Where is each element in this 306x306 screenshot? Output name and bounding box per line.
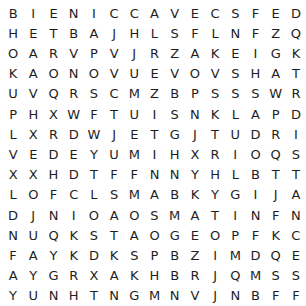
grid-cell-r4c14[interactable]: A [266, 64, 286, 84]
grid-cell-r2c2[interactable]: E [23, 23, 43, 43]
grid-cell-r10c2[interactable]: O [23, 185, 43, 205]
grid-cell-r13c5[interactable]: D [84, 245, 104, 265]
grid-cell-r10c1[interactable]: L [3, 185, 23, 205]
grid-cell-r2c5[interactable]: A [84, 23, 104, 43]
grid-cell-r4c11[interactable]: V [205, 64, 225, 84]
grid-cell-r4c12[interactable]: S [225, 64, 245, 84]
grid-cell-r13c10[interactable]: Z [185, 245, 205, 265]
grid-cell-r6c2[interactable]: H [23, 104, 43, 124]
grid-cell-r2c3[interactable]: T [43, 23, 63, 43]
grid-cell-r11c12[interactable]: I [225, 205, 245, 225]
grid-cell-r10c14[interactable]: J [266, 185, 286, 205]
grid-cell-r14c9[interactable]: B [165, 266, 185, 286]
grid-cell-r3c10[interactable]: A [185, 43, 205, 63]
grid-cell-r7c9[interactable]: G [165, 124, 185, 144]
grid-cell-r13c2[interactable]: A [23, 245, 43, 265]
grid-cell-r11c15[interactable]: N [286, 205, 306, 225]
grid-cell-r6c1[interactable]: P [3, 104, 23, 124]
grid-cell-r13c15[interactable]: E [286, 245, 306, 265]
grid-cell-r1c12[interactable]: S [225, 3, 245, 23]
grid-cell-r5c14[interactable]: W [266, 84, 286, 104]
grid-cell-r7c6[interactable]: J [104, 124, 124, 144]
grid-cell-r4c7[interactable]: U [124, 64, 144, 84]
grid-cell-r14c12[interactable]: Q [225, 266, 245, 286]
grid-cell-r6c9[interactable]: S [165, 104, 185, 124]
grid-cell-r3c7[interactable]: J [124, 43, 144, 63]
grid-cell-r10c5[interactable]: L [84, 185, 104, 205]
grid-cell-r9c7[interactable]: F [124, 165, 144, 185]
grid-cell-r13c3[interactable]: Y [43, 245, 63, 265]
grid-cell-r3c14[interactable]: G [266, 43, 286, 63]
grid-cell-r11c6[interactable]: A [104, 205, 124, 225]
grid-cell-r7c10[interactable]: J [185, 124, 205, 144]
grid-cell-r4c13[interactable]: H [245, 64, 265, 84]
grid-cell-r4c10[interactable]: O [185, 64, 205, 84]
grid-cell-r9c8[interactable]: N [144, 165, 164, 185]
grid-cell-r11c9[interactable]: M [165, 205, 185, 225]
grid-cell-r1c5[interactable]: I [84, 3, 104, 23]
grid-cell-r14c2[interactable]: Y [23, 266, 43, 286]
grid-cell-r2c13[interactable]: F [245, 23, 265, 43]
grid-cell-r10c15[interactable]: A [286, 185, 306, 205]
grid-cell-r5c8[interactable]: Z [144, 84, 164, 104]
grid-cell-r12c13[interactable]: F [245, 225, 265, 245]
grid-cell-r14c15[interactable]: S [286, 266, 306, 286]
grid-cell-r5c7[interactable]: M [124, 84, 144, 104]
grid-cell-r3c5[interactable]: P [84, 43, 104, 63]
grid-cell-r6c12[interactable]: L [225, 104, 245, 124]
grid-cell-r14c10[interactable]: R [185, 266, 205, 286]
grid-cell-r6c15[interactable]: D [286, 104, 306, 124]
grid-cell-r7c2[interactable]: X [23, 124, 43, 144]
grid-cell-r5c3[interactable]: Q [43, 84, 63, 104]
grid-cell-r2c1[interactable]: H [3, 23, 23, 43]
grid-cell-r4c2[interactable]: A [23, 64, 43, 84]
grid-cell-r13c11[interactable]: I [205, 245, 225, 265]
grid-cell-r4c6[interactable]: V [104, 64, 124, 84]
grid-cell-r11c10[interactable]: A [185, 205, 205, 225]
grid-cell-r7c4[interactable]: D [64, 124, 84, 144]
grid-cell-r15c2[interactable]: U [23, 286, 43, 306]
grid-cell-r14c5[interactable]: X [84, 266, 104, 286]
grid-cell-r5c2[interactable]: V [23, 84, 43, 104]
grid-cell-r6c3[interactable]: X [43, 104, 63, 124]
grid-cell-r10c4[interactable]: C [64, 185, 84, 205]
grid-cell-r8c10[interactable]: X [185, 144, 205, 164]
grid-cell-r8c7[interactable]: M [124, 144, 144, 164]
grid-cell-r4c15[interactable]: T [286, 64, 306, 84]
grid-cell-r4c5[interactable]: O [84, 64, 104, 84]
grid-cell-r10c11[interactable]: Y [205, 185, 225, 205]
grid-cell-r1c8[interactable]: A [144, 3, 164, 23]
grid-cell-r3c9[interactable]: Z [165, 43, 185, 63]
grid-cell-r2c10[interactable]: F [185, 23, 205, 43]
grid-cell-r12c1[interactable]: N [3, 225, 23, 245]
grid-cell-r5c6[interactable]: C [104, 84, 124, 104]
grid-cell-r3c1[interactable]: O [3, 43, 23, 63]
grid-cell-r8c11[interactable]: R [205, 144, 225, 164]
grid-cell-r5c5[interactable]: S [84, 84, 104, 104]
grid-cell-r15c1[interactable]: Y [3, 286, 23, 306]
grid-cell-r3c8[interactable]: R [144, 43, 164, 63]
grid-cell-r12c7[interactable]: A [124, 225, 144, 245]
grid-cell-r10c6[interactable]: S [104, 185, 124, 205]
grid-cell-r9c10[interactable]: Y [185, 165, 205, 185]
grid-cell-r8c12[interactable]: I [225, 144, 245, 164]
grid-cell-r8c2[interactable]: E [23, 144, 43, 164]
grid-cell-r7c11[interactable]: T [205, 124, 225, 144]
grid-cell-r10c8[interactable]: A [144, 185, 164, 205]
grid-cell-r6c8[interactable]: I [144, 104, 164, 124]
grid-cell-r9c14[interactable]: T [266, 165, 286, 185]
grid-cell-r7c12[interactable]: U [225, 124, 245, 144]
grid-cell-r3c4[interactable]: V [64, 43, 84, 63]
grid-cell-r8c6[interactable]: U [104, 144, 124, 164]
grid-cell-r2c14[interactable]: Z [266, 23, 286, 43]
grid-cell-r7c7[interactable]: E [124, 124, 144, 144]
grid-cell-r3c6[interactable]: V [104, 43, 124, 63]
grid-cell-r14c14[interactable]: S [266, 266, 286, 286]
grid-cell-r3c3[interactable]: R [43, 43, 63, 63]
grid-cell-r9c6[interactable]: F [104, 165, 124, 185]
grid-cell-r15c5[interactable]: T [84, 286, 104, 306]
grid-cell-r7c3[interactable]: R [43, 124, 63, 144]
grid-cell-r15c9[interactable]: N [165, 286, 185, 306]
grid-cell-r3c2[interactable]: A [23, 43, 43, 63]
grid-cell-r1c4[interactable]: N [64, 3, 84, 23]
grid-cell-r5c10[interactable]: P [185, 84, 205, 104]
grid-cell-r15c14[interactable]: F [266, 286, 286, 306]
grid-cell-r7c13[interactable]: D [245, 124, 265, 144]
grid-cell-r10c3[interactable]: F [43, 185, 63, 205]
grid-cell-r9c12[interactable]: L [225, 165, 245, 185]
grid-cell-r13c7[interactable]: S [124, 245, 144, 265]
grid-cell-r4c8[interactable]: E [144, 64, 164, 84]
grid-cell-r5c15[interactable]: R [286, 84, 306, 104]
grid-cell-r12c4[interactable]: K [64, 225, 84, 245]
grid-cell-r1c9[interactable]: V [165, 3, 185, 23]
grid-cell-r13c1[interactable]: F [3, 245, 23, 265]
grid-cell-r1c14[interactable]: E [266, 3, 286, 23]
grid-cell-r9c9[interactable]: N [165, 165, 185, 185]
grid-cell-r6c6[interactable]: T [104, 104, 124, 124]
grid-cell-r2c8[interactable]: L [144, 23, 164, 43]
grid-cell-r12c3[interactable]: Q [43, 225, 63, 245]
grid-cell-r14c3[interactable]: G [43, 266, 63, 286]
grid-cell-r6c11[interactable]: K [205, 104, 225, 124]
grid-cell-r4c4[interactable]: N [64, 64, 84, 84]
grid-cell-r15c3[interactable]: N [43, 286, 63, 306]
grid-cell-r2c15[interactable]: Q [286, 23, 306, 43]
grid-cell-r8c8[interactable]: I [144, 144, 164, 164]
grid-cell-r1c13[interactable]: F [245, 3, 265, 23]
grid-cell-r11c14[interactable]: F [266, 205, 286, 225]
word-search-board: BIENICCAVECSFEDHETBAJHLSFLNFZQOARVPVJRZA… [0, 0, 306, 306]
grid-cell-r13c13[interactable]: D [245, 245, 265, 265]
grid-cell-r15c7[interactable]: G [124, 286, 144, 306]
grid-cell-r8c15[interactable]: S [286, 144, 306, 164]
grid-cell-r6c7[interactable]: U [124, 104, 144, 124]
grid-cell-r9c11[interactable]: H [205, 165, 225, 185]
grid-cell-r1c10[interactable]: E [185, 3, 205, 23]
grid-cell-r12c6[interactable]: T [104, 225, 124, 245]
grid-cell-r6c10[interactable]: N [185, 104, 205, 124]
grid-cell-r1c3[interactable]: E [43, 3, 63, 23]
grid-cell-r10c12[interactable]: G [225, 185, 245, 205]
grid-cell-r1c6[interactable]: C [104, 3, 124, 23]
grid-cell-r7c14[interactable]: R [266, 124, 286, 144]
grid-cell-r10c9[interactable]: B [165, 185, 185, 205]
grid-cell-r11c7[interactable]: O [124, 205, 144, 225]
grid-cell-r4c3[interactable]: O [43, 64, 63, 84]
grid-cell-r15c4[interactable]: H [64, 286, 84, 306]
grid-cell-r11c13[interactable]: N [245, 205, 265, 225]
grid-cell-r3c13[interactable]: I [245, 43, 265, 63]
grid-cell-r7c15[interactable]: I [286, 124, 306, 144]
grid-cell-r8c14[interactable]: Q [266, 144, 286, 164]
grid-cell-r8c9[interactable]: H [165, 144, 185, 164]
grid-cell-r12c11[interactable]: O [205, 225, 225, 245]
grid-cell-r15c6[interactable]: N [104, 286, 124, 306]
grid-cell-r14c1[interactable]: A [3, 266, 23, 286]
grid-cell-r15c15[interactable]: F [286, 286, 306, 306]
grid-cell-r5c13[interactable]: S [245, 84, 265, 104]
grid-cell-r3c12[interactable]: E [225, 43, 245, 63]
grid-cell-r9c5[interactable]: T [84, 165, 104, 185]
grid-cell-r15c13[interactable]: B [245, 286, 265, 306]
grid-cell-r9c4[interactable]: D [64, 165, 84, 185]
grid-cell-r1c15[interactable]: D [286, 3, 306, 23]
grid-cell-r2c4[interactable]: B [64, 23, 84, 43]
grid-cell-r11c3[interactable]: N [43, 205, 63, 225]
grid-cell-r8c1[interactable]: V [3, 144, 23, 164]
grid-cell-r11c2[interactable]: J [23, 205, 43, 225]
grid-cell-r12c15[interactable]: C [286, 225, 306, 245]
grid-cell-r2c9[interactable]: S [165, 23, 185, 43]
grid-cell-r15c8[interactable]: M [144, 286, 164, 306]
grid-cell-r5c11[interactable]: S [205, 84, 225, 104]
grid-cell-r6c5[interactable]: F [84, 104, 104, 124]
grid-cell-r10c7[interactable]: M [124, 185, 144, 205]
grid-cell-r4c1[interactable]: K [3, 64, 23, 84]
grid-cell-r5c12[interactable]: S [225, 84, 245, 104]
grid-cell-r11c4[interactable]: I [64, 205, 84, 225]
grid-cell-r2c11[interactable]: L [205, 23, 225, 43]
grid-cell-r12c8[interactable]: O [144, 225, 164, 245]
grid-cell-r12c9[interactable]: G [165, 225, 185, 245]
grid-cell-r1c2[interactable]: I [23, 3, 43, 23]
grid-cell-r15c11[interactable]: J [205, 286, 225, 306]
grid-cell-r14c7[interactable]: K [124, 266, 144, 286]
grid-cell-r13c8[interactable]: P [144, 245, 164, 265]
grid-cell-r7c8[interactable]: T [144, 124, 164, 144]
grid-cell-r10c10[interactable]: K [185, 185, 205, 205]
grid-cell-r14c13[interactable]: M [245, 266, 265, 286]
grid-cell-r2c6[interactable]: J [104, 23, 124, 43]
grid-cell-r14c4[interactable]: R [64, 266, 84, 286]
grid-cell-r12c5[interactable]: S [84, 225, 104, 245]
grid-cell-r3c15[interactable]: K [286, 43, 306, 63]
grid-cell-r1c7[interactable]: C [124, 3, 144, 23]
grid-cell-r5c1[interactable]: U [3, 84, 23, 104]
grid-cell-r11c1[interactable]: D [3, 205, 23, 225]
grid-cell-r11c11[interactable]: T [205, 205, 225, 225]
grid-cell-r14c11[interactable]: J [205, 266, 225, 286]
grid-cell-r6c13[interactable]: A [245, 104, 265, 124]
grid-cell-r14c6[interactable]: A [104, 266, 124, 286]
grid-cell-r2c12[interactable]: N [225, 23, 245, 43]
grid-cell-r1c11[interactable]: C [205, 3, 225, 23]
grid-cell-r8c13[interactable]: O [245, 144, 265, 164]
grid-cell-r6c14[interactable]: P [266, 104, 286, 124]
grid-cell-r1c1[interactable]: B [3, 3, 23, 23]
grid-cell-r7c1[interactable]: L [3, 124, 23, 144]
grid-cell-r13c14[interactable]: Q [266, 245, 286, 265]
grid-cell-r12c14[interactable]: K [266, 225, 286, 245]
grid-cell-r9c1[interactable]: X [3, 165, 23, 185]
grid-cell-r9c2[interactable]: X [23, 165, 43, 185]
grid-cell-r13c6[interactable]: K [104, 245, 124, 265]
grid-cell-r11c8[interactable]: S [144, 205, 164, 225]
grid-cell-r8c4[interactable]: E [64, 144, 84, 164]
grid-cell-r13c12[interactable]: M [225, 245, 245, 265]
grid-cell-r9c15[interactable]: T [286, 165, 306, 185]
grid-cell-r5c9[interactable]: B [165, 84, 185, 104]
grid-cell-r5c4[interactable]: R [64, 84, 84, 104]
grid-cell-r12c2[interactable]: U [23, 225, 43, 245]
grid-cell-r8c3[interactable]: D [43, 144, 63, 164]
grid-cell-r15c10[interactable]: V [185, 286, 205, 306]
grid-cell-r8c5[interactable]: Y [84, 144, 104, 164]
grid-cell-r2c7[interactable]: H [124, 23, 144, 43]
grid-cell-r9c3[interactable]: H [43, 165, 63, 185]
grid-cell-r11c5[interactable]: O [84, 205, 104, 225]
grid-cell-r15c12[interactable]: N [225, 286, 245, 306]
grid-cell-r12c10[interactable]: E [185, 225, 205, 245]
grid-cell-r4c9[interactable]: V [165, 64, 185, 84]
grid-cell-r9c13[interactable]: B [245, 165, 265, 185]
grid-cell-r13c9[interactable]: B [165, 245, 185, 265]
grid-cell-r13c4[interactable]: K [64, 245, 84, 265]
grid-cell-r12c12[interactable]: P [225, 225, 245, 245]
grid-cell-r6c4[interactable]: W [64, 104, 84, 124]
grid-cell-r10c13[interactable]: I [245, 185, 265, 205]
grid-cell-r3c11[interactable]: K [205, 43, 225, 63]
grid-cell-r7c5[interactable]: W [84, 124, 104, 144]
grid-cell-r14c8[interactable]: H [144, 266, 164, 286]
